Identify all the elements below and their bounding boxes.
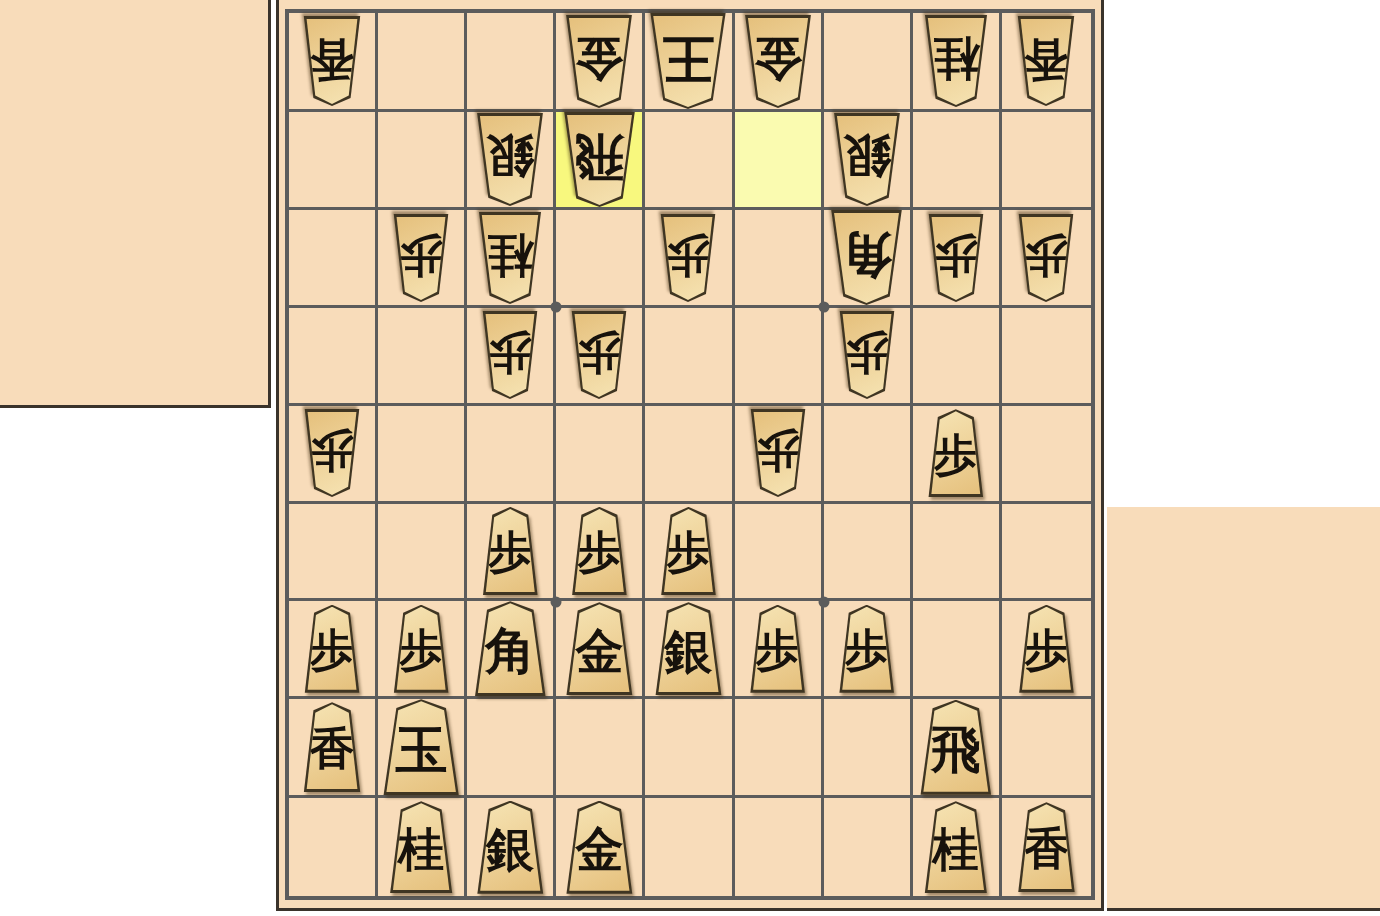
piece-sente-pawn[interactable]: 歩 bbox=[659, 507, 717, 595]
piece-kanji: 桂 bbox=[933, 826, 979, 872]
square-8a[interactable] bbox=[378, 13, 467, 112]
square-7b[interactable]: 銀 bbox=[467, 112, 556, 210]
piece-sente-pawn[interactable]: 歩 bbox=[392, 605, 450, 693]
square-3g[interactable]: 歩 bbox=[824, 601, 913, 699]
square-3b[interactable]: 銀 bbox=[824, 112, 913, 210]
gote-captured-pieces-stand[interactable] bbox=[0, 0, 271, 408]
square-9c[interactable] bbox=[289, 210, 378, 308]
square-6d[interactable]: 歩 bbox=[556, 308, 645, 406]
square-5c[interactable]: 歩 bbox=[645, 210, 734, 308]
square-9d[interactable] bbox=[289, 308, 378, 406]
square-5f[interactable]: 歩 bbox=[645, 504, 734, 602]
square-7d[interactable]: 歩 bbox=[467, 308, 556, 406]
square-1f[interactable] bbox=[1002, 504, 1091, 602]
hoshi-star-point bbox=[551, 596, 562, 607]
piece-kanji: 歩 bbox=[310, 430, 354, 474]
square-9g[interactable]: 歩 bbox=[289, 601, 378, 699]
sente-captured-pieces-stand[interactable] bbox=[1107, 507, 1380, 911]
square-5i[interactable] bbox=[645, 798, 734, 896]
piece-gote-lance[interactable]: 香 bbox=[1016, 16, 1076, 106]
square-8c[interactable]: 歩 bbox=[378, 210, 467, 308]
square-2c[interactable]: 歩 bbox=[913, 210, 1002, 308]
hoshi-star-point bbox=[818, 596, 829, 607]
square-8g[interactable]: 歩 bbox=[378, 601, 467, 699]
piece-kanji: 歩 bbox=[756, 430, 800, 474]
square-6b[interactable]: 飛 bbox=[556, 112, 645, 210]
piece-sente-silver[interactable]: 銀 bbox=[653, 602, 723, 695]
square-5d[interactable] bbox=[645, 308, 734, 406]
square-7a[interactable] bbox=[467, 13, 556, 112]
piece-kanji: 香 bbox=[1024, 37, 1069, 82]
piece-sente-pawn[interactable]: 歩 bbox=[1017, 605, 1075, 693]
square-2g[interactable] bbox=[913, 601, 1002, 699]
square-3h[interactable] bbox=[824, 699, 913, 798]
piece-kanji: 歩 bbox=[934, 433, 978, 477]
piece-kanji: 歩 bbox=[666, 530, 710, 574]
square-8e[interactable] bbox=[378, 406, 467, 504]
square-7g[interactable]: 角 bbox=[467, 601, 556, 699]
square-6h[interactable] bbox=[556, 699, 645, 798]
piece-gote-pawn[interactable]: 歩 bbox=[749, 409, 807, 497]
square-8f[interactable] bbox=[378, 504, 467, 602]
piece-face: 玉 bbox=[384, 701, 458, 792]
piece-kanji: 桂 bbox=[933, 36, 979, 82]
piece-sente-pawn[interactable]: 歩 bbox=[303, 605, 361, 693]
square-9h[interactable]: 香 bbox=[289, 699, 378, 798]
square-1g[interactable]: 歩 bbox=[1002, 601, 1091, 699]
piece-gote-pawn[interactable]: 歩 bbox=[927, 214, 985, 302]
piece-sente-pawn[interactable]: 歩 bbox=[927, 409, 985, 497]
square-5b[interactable] bbox=[645, 112, 734, 210]
piece-kanji: 歩 bbox=[488, 530, 532, 574]
piece-kanji: 歩 bbox=[488, 332, 532, 376]
piece-kanji: 歩 bbox=[399, 234, 443, 278]
square-3c[interactable]: 角 bbox=[824, 210, 913, 308]
piece-kanji: 玉 bbox=[395, 724, 447, 776]
square-7f[interactable]: 歩 bbox=[467, 504, 556, 602]
piece-sente-bishop[interactable]: 角 bbox=[473, 601, 548, 696]
piece-gote-pawn[interactable]: 歩 bbox=[838, 311, 896, 399]
square-8i[interactable]: 桂 bbox=[378, 798, 467, 896]
shogi-board: 香金王金桂香銀飛銀歩桂歩角歩歩歩歩歩歩歩歩歩歩歩歩歩角金銀歩歩歩香玉飛桂銀金桂香 bbox=[276, 0, 1104, 911]
square-6a[interactable]: 金 bbox=[556, 13, 645, 112]
square-3e[interactable] bbox=[824, 406, 913, 504]
piece-kanji: 歩 bbox=[310, 628, 354, 672]
piece-sente-gold[interactable]: 金 bbox=[564, 801, 634, 894]
square-3i[interactable] bbox=[824, 798, 913, 896]
piece-kanji: 香 bbox=[310, 37, 355, 82]
square-9f[interactable] bbox=[289, 504, 378, 602]
square-6g[interactable]: 金 bbox=[556, 601, 645, 699]
hoshi-star-point bbox=[551, 302, 562, 313]
square-1i[interactable]: 香 bbox=[1002, 798, 1091, 896]
piece-kanji: 銀 bbox=[486, 133, 534, 181]
piece-kanji: 歩 bbox=[1024, 234, 1068, 278]
square-2f[interactable] bbox=[913, 504, 1002, 602]
square-6f[interactable]: 歩 bbox=[556, 504, 645, 602]
square-4e[interactable]: 歩 bbox=[735, 406, 824, 504]
piece-gote-lance[interactable]: 香 bbox=[302, 16, 362, 106]
square-3f[interactable] bbox=[824, 504, 913, 602]
piece-kanji: 銀 bbox=[486, 825, 534, 873]
square-9a[interactable]: 香 bbox=[289, 13, 378, 112]
piece-gote-pawn[interactable]: 歩 bbox=[303, 409, 361, 497]
piece-sente-knight[interactable]: 桂 bbox=[923, 801, 989, 893]
piece-kanji: 金 bbox=[754, 35, 802, 83]
piece-gote-pawn[interactable]: 歩 bbox=[659, 214, 717, 302]
square-9b[interactable] bbox=[289, 112, 378, 210]
square-4h[interactable] bbox=[735, 699, 824, 798]
piece-kanji: 金 bbox=[575, 825, 623, 873]
piece-kanji: 金 bbox=[575, 35, 623, 83]
piece-sente-pawn[interactable]: 歩 bbox=[481, 507, 539, 595]
board-grid: 香金王金桂香銀飛銀歩桂歩角歩歩歩歩歩歩歩歩歩歩歩歩歩角金銀歩歩歩香玉飛桂銀金桂香 bbox=[285, 9, 1095, 900]
square-8d[interactable] bbox=[378, 308, 467, 406]
square-4b[interactable] bbox=[735, 112, 824, 210]
piece-kanji: 歩 bbox=[666, 234, 710, 278]
piece-kanji: 香 bbox=[310, 726, 355, 771]
square-1c[interactable]: 歩 bbox=[1002, 210, 1091, 308]
square-6i[interactable]: 金 bbox=[556, 798, 645, 896]
piece-sente-pawn[interactable]: 歩 bbox=[838, 605, 896, 693]
piece-kanji: 歩 bbox=[1024, 628, 1068, 672]
piece-sente-lance[interactable]: 香 bbox=[1016, 802, 1076, 892]
square-2e[interactable]: 歩 bbox=[913, 406, 1002, 504]
piece-kanji: 歩 bbox=[934, 234, 978, 278]
square-1h[interactable] bbox=[1002, 699, 1091, 798]
piece-gote-pawn[interactable]: 歩 bbox=[481, 311, 539, 399]
piece-gote-bishop[interactable]: 角 bbox=[829, 210, 904, 305]
square-7e[interactable] bbox=[467, 406, 556, 504]
square-5h[interactable] bbox=[645, 699, 734, 798]
square-9i[interactable] bbox=[289, 798, 378, 896]
square-4i[interactable] bbox=[735, 798, 824, 896]
square-7h[interactable] bbox=[467, 699, 556, 798]
square-4a[interactable]: 金 bbox=[735, 13, 824, 112]
square-2i[interactable]: 桂 bbox=[913, 798, 1002, 896]
piece-kanji: 歩 bbox=[577, 530, 621, 574]
piece-gote-silver[interactable]: 銀 bbox=[475, 113, 545, 206]
square-4g[interactable]: 歩 bbox=[735, 601, 824, 699]
piece-kanji: 角 bbox=[842, 230, 892, 280]
square-2a[interactable]: 桂 bbox=[913, 13, 1002, 112]
piece-gote-king[interactable]: 王 bbox=[648, 13, 728, 109]
piece-sente-king[interactable]: 玉 bbox=[381, 699, 461, 795]
square-8b[interactable] bbox=[378, 112, 467, 210]
square-4f[interactable] bbox=[735, 504, 824, 602]
square-2d[interactable] bbox=[913, 308, 1002, 406]
piece-kanji: 香 bbox=[1024, 826, 1069, 871]
square-2h[interactable]: 飛 bbox=[913, 699, 1002, 798]
piece-gote-pawn[interactable]: 歩 bbox=[392, 214, 450, 302]
square-4c[interactable] bbox=[735, 210, 824, 308]
piece-kanji: 飛 bbox=[574, 132, 624, 182]
piece-kanji: 銀 bbox=[843, 133, 891, 181]
piece-kanji: 桂 bbox=[398, 826, 444, 872]
square-6e[interactable] bbox=[556, 406, 645, 504]
piece-sente-pawn[interactable]: 歩 bbox=[570, 507, 628, 595]
square-5e[interactable] bbox=[645, 406, 734, 504]
piece-gote-gold[interactable]: 金 bbox=[564, 15, 634, 108]
piece-sente-rook[interactable]: 飛 bbox=[918, 700, 993, 795]
piece-kanji: 桂 bbox=[487, 233, 533, 279]
piece-kanji: 歩 bbox=[399, 628, 443, 672]
piece-sente-silver[interactable]: 銀 bbox=[475, 801, 545, 894]
piece-gote-pawn[interactable]: 歩 bbox=[1017, 214, 1075, 302]
piece-kanji: 歩 bbox=[845, 332, 889, 376]
piece-kanji: 歩 bbox=[845, 628, 889, 672]
piece-kanji: 歩 bbox=[577, 332, 621, 376]
piece-sente-gold[interactable]: 金 bbox=[564, 602, 634, 695]
square-3a[interactable] bbox=[824, 13, 913, 112]
piece-gote-knight[interactable]: 桂 bbox=[477, 212, 543, 304]
piece-kanji: 角 bbox=[485, 626, 535, 676]
piece-sente-lance[interactable]: 香 bbox=[302, 702, 362, 792]
hoshi-star-point bbox=[818, 302, 829, 313]
piece-kanji: 銀 bbox=[664, 627, 712, 675]
piece-gote-pawn[interactable]: 歩 bbox=[570, 311, 628, 399]
square-1d[interactable] bbox=[1002, 308, 1091, 406]
piece-kanji: 飛 bbox=[931, 725, 981, 775]
piece-sente-pawn[interactable]: 歩 bbox=[749, 605, 807, 693]
square-8h[interactable]: 玉 bbox=[378, 699, 467, 798]
square-3d[interactable]: 歩 bbox=[824, 308, 913, 406]
piece-gote-rook[interactable]: 飛 bbox=[562, 112, 637, 207]
square-5g[interactable]: 銀 bbox=[645, 601, 734, 699]
square-1b[interactable] bbox=[1002, 112, 1091, 210]
square-7i[interactable]: 銀 bbox=[467, 798, 556, 896]
square-4d[interactable] bbox=[735, 308, 824, 406]
piece-gote-knight[interactable]: 桂 bbox=[923, 15, 989, 107]
square-5a[interactable]: 王 bbox=[645, 13, 734, 112]
square-2b[interactable] bbox=[913, 112, 1002, 210]
piece-sente-knight[interactable]: 桂 bbox=[388, 801, 454, 893]
square-9e[interactable]: 歩 bbox=[289, 406, 378, 504]
piece-gote-gold[interactable]: 金 bbox=[743, 15, 813, 108]
square-7c[interactable]: 桂 bbox=[467, 210, 556, 308]
square-6c[interactable] bbox=[556, 210, 645, 308]
piece-kanji: 金 bbox=[575, 627, 623, 675]
piece-gote-silver[interactable]: 銀 bbox=[832, 113, 902, 206]
piece-kanji: 王 bbox=[662, 33, 714, 85]
square-1e[interactable] bbox=[1002, 406, 1091, 504]
piece-kanji: 歩 bbox=[756, 628, 800, 672]
square-1a[interactable]: 香 bbox=[1002, 13, 1091, 112]
